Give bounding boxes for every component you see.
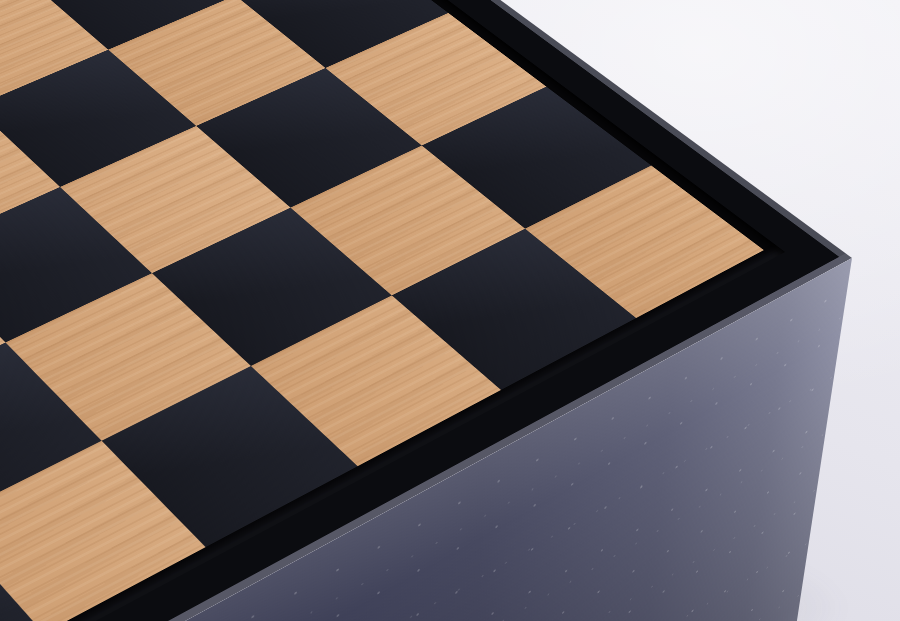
square-r5c7	[0, 520, 44, 621]
square-r3c7	[102, 366, 358, 547]
square-r4c5	[0, 251, 5, 415]
square-r4c6	[0, 342, 102, 520]
square-r4c7	[0, 441, 206, 621]
square-r2c7	[251, 295, 501, 466]
square-r3c6	[5, 273, 250, 441]
scene	[0, 0, 900, 621]
photo-stage	[0, 0, 900, 621]
